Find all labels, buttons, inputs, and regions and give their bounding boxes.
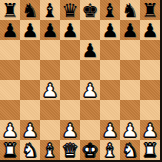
white-pawn[interactable]: ♟ <box>1 120 18 140</box>
square-b4[interactable] <box>20 80 40 100</box>
square-h2[interactable]: ♟ <box>140 120 160 140</box>
square-g1[interactable]: ♞ <box>120 140 140 160</box>
square-c1[interactable]: ♝ <box>40 140 60 160</box>
square-f3[interactable] <box>100 100 120 120</box>
white-pawn[interactable]: ♟ <box>121 120 138 140</box>
square-c3[interactable] <box>40 100 60 120</box>
square-d1[interactable]: ♛ <box>60 140 80 160</box>
white-rook[interactable]: ♜ <box>141 140 158 160</box>
black-pawn[interactable]: ♟ <box>121 20 138 40</box>
black-pawn[interactable]: ♟ <box>1 20 18 40</box>
square-e5[interactable] <box>80 60 100 80</box>
square-h1[interactable]: ♜ <box>140 140 160 160</box>
square-b6[interactable] <box>20 40 40 60</box>
square-f1[interactable]: ♝ <box>100 140 120 160</box>
square-a8[interactable]: ♜ <box>0 0 20 20</box>
black-knight[interactable]: ♞ <box>121 0 138 20</box>
square-d7[interactable]: ♟ <box>60 20 80 40</box>
square-h3[interactable] <box>140 100 160 120</box>
square-a4[interactable] <box>0 80 20 100</box>
square-h4[interactable] <box>140 80 160 100</box>
square-g7[interactable]: ♟ <box>120 20 140 40</box>
square-d3[interactable] <box>60 100 80 120</box>
square-b5[interactable] <box>20 60 40 80</box>
square-g2[interactable]: ♟ <box>120 120 140 140</box>
square-c8[interactable]: ♝ <box>40 0 60 20</box>
white-queen[interactable]: ♛ <box>61 140 78 160</box>
square-b8[interactable]: ♞ <box>20 0 40 20</box>
square-f4[interactable] <box>100 80 120 100</box>
black-pawn[interactable]: ♟ <box>141 20 158 40</box>
square-c6[interactable] <box>40 40 60 60</box>
square-g4[interactable] <box>120 80 140 100</box>
white-rook[interactable]: ♜ <box>1 140 18 160</box>
white-knight[interactable]: ♞ <box>21 140 38 160</box>
black-bishop[interactable]: ♝ <box>101 0 118 20</box>
square-d2[interactable]: ♟ <box>60 120 80 140</box>
square-h8[interactable]: ♜ <box>140 0 160 20</box>
black-pawn[interactable]: ♟ <box>61 20 78 40</box>
square-c5[interactable] <box>40 60 60 80</box>
square-g6[interactable] <box>120 40 140 60</box>
square-b2[interactable]: ♟ <box>20 120 40 140</box>
white-king[interactable]: ♚ <box>81 140 98 160</box>
square-e8[interactable]: ♚ <box>80 0 100 20</box>
white-pawn[interactable]: ♟ <box>81 80 98 100</box>
white-pawn[interactable]: ♟ <box>141 120 158 140</box>
square-f2[interactable]: ♟ <box>100 120 120 140</box>
square-a6[interactable] <box>0 40 20 60</box>
square-g8[interactable]: ♞ <box>120 0 140 20</box>
square-d8[interactable]: ♛ <box>60 0 80 20</box>
square-f8[interactable]: ♝ <box>100 0 120 20</box>
black-queen[interactable]: ♛ <box>61 0 78 20</box>
square-f5[interactable] <box>100 60 120 80</box>
square-d5[interactable] <box>60 60 80 80</box>
black-rook[interactable]: ♜ <box>1 0 18 20</box>
square-a3[interactable] <box>0 100 20 120</box>
white-pawn[interactable]: ♟ <box>61 120 78 140</box>
chess-board: ♜♞♝♛♚♝♞♜♟♟♟♟♟♟♟♟♟♟♟♟♟♟♟♟♜♞♝♛♚♝♞♜ <box>0 0 162 162</box>
white-pawn[interactable]: ♟ <box>21 120 38 140</box>
black-king[interactable]: ♚ <box>81 0 98 20</box>
square-h6[interactable] <box>140 40 160 60</box>
black-pawn[interactable]: ♟ <box>101 20 118 40</box>
square-h7[interactable]: ♟ <box>140 20 160 40</box>
square-e4[interactable]: ♟ <box>80 80 100 100</box>
square-c7[interactable]: ♟ <box>40 20 60 40</box>
square-d6[interactable] <box>60 40 80 60</box>
square-d4[interactable] <box>60 80 80 100</box>
white-knight[interactable]: ♞ <box>121 140 138 160</box>
square-c2[interactable] <box>40 120 60 140</box>
square-f7[interactable]: ♟ <box>100 20 120 40</box>
square-a7[interactable]: ♟ <box>0 20 20 40</box>
black-bishop[interactable]: ♝ <box>41 0 58 20</box>
black-knight[interactable]: ♞ <box>21 0 38 20</box>
square-f6[interactable] <box>100 40 120 60</box>
square-c4[interactable]: ♟ <box>40 80 60 100</box>
square-a2[interactable]: ♟ <box>0 120 20 140</box>
square-b7[interactable]: ♟ <box>20 20 40 40</box>
white-pawn[interactable]: ♟ <box>101 120 118 140</box>
square-e3[interactable] <box>80 100 100 120</box>
square-e7[interactable] <box>80 20 100 40</box>
square-b3[interactable] <box>20 100 40 120</box>
white-bishop[interactable]: ♝ <box>41 140 58 160</box>
white-pawn[interactable]: ♟ <box>41 80 58 100</box>
square-e2[interactable] <box>80 120 100 140</box>
square-g3[interactable] <box>120 100 140 120</box>
black-pawn[interactable]: ♟ <box>81 40 98 60</box>
square-b1[interactable]: ♞ <box>20 140 40 160</box>
square-g5[interactable] <box>120 60 140 80</box>
square-a1[interactable]: ♜ <box>0 140 20 160</box>
square-h5[interactable] <box>140 60 160 80</box>
black-pawn[interactable]: ♟ <box>21 20 38 40</box>
black-rook[interactable]: ♜ <box>141 0 158 20</box>
black-pawn[interactable]: ♟ <box>41 20 58 40</box>
square-e1[interactable]: ♚ <box>80 140 100 160</box>
square-a5[interactable] <box>0 60 20 80</box>
square-e6[interactable]: ♟ <box>80 40 100 60</box>
white-bishop[interactable]: ♝ <box>101 140 118 160</box>
